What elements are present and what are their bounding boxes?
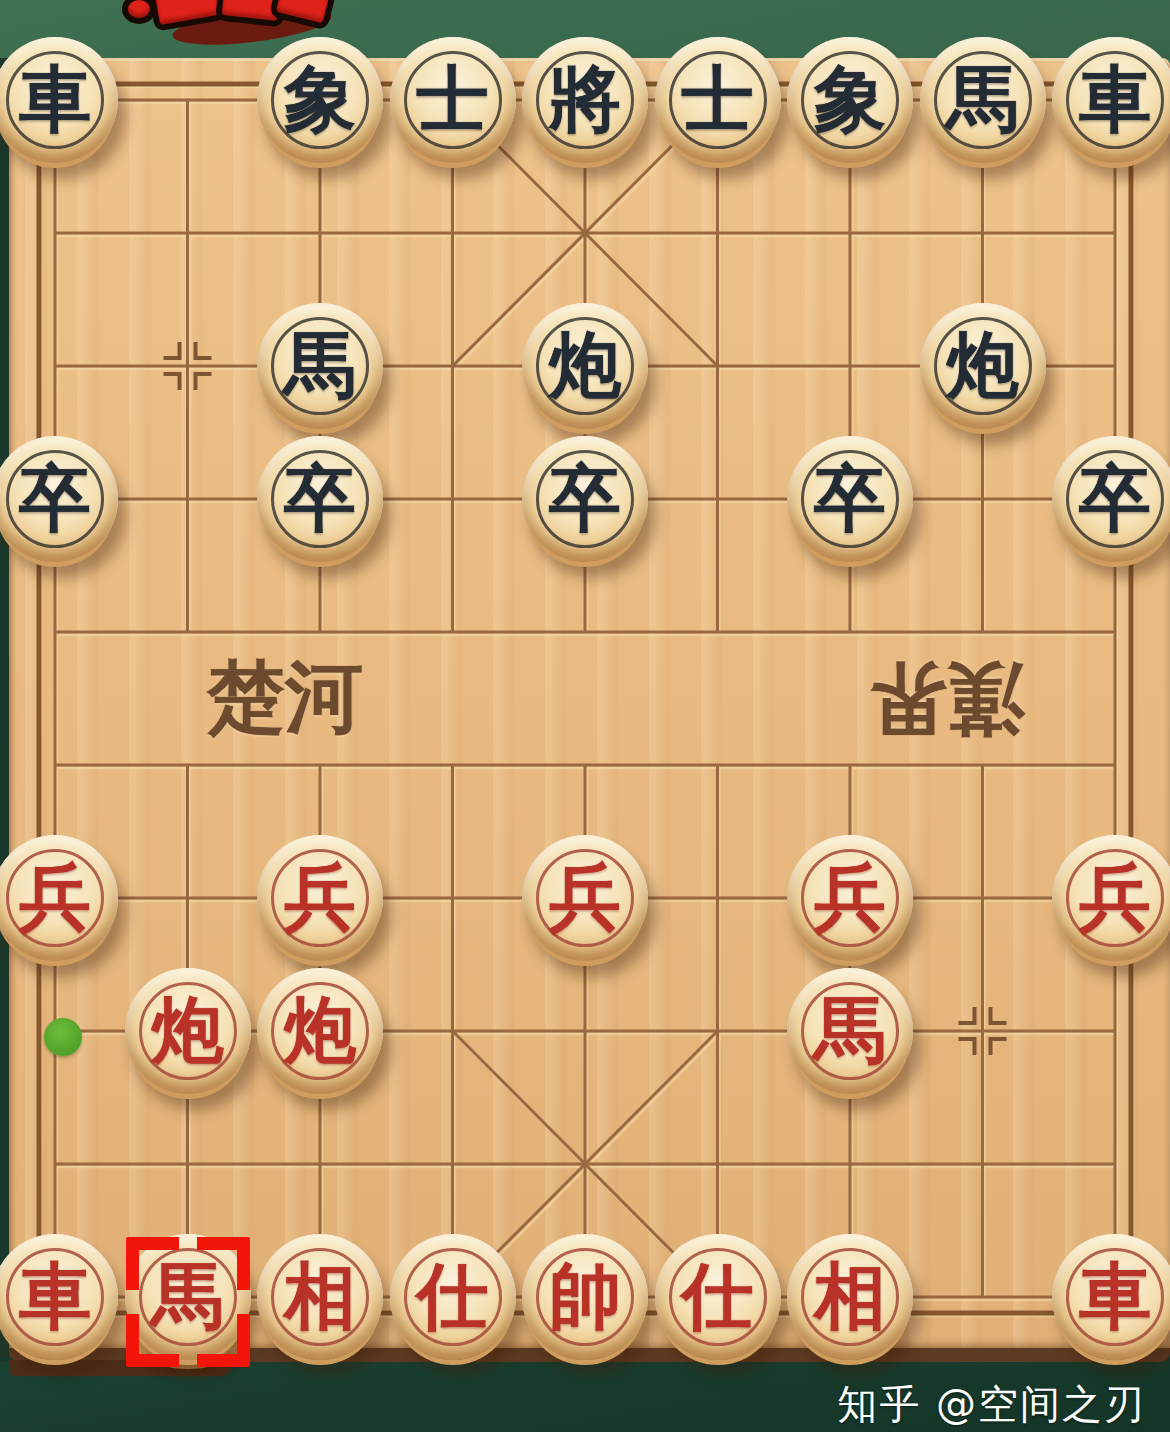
piece-glyph: 帥 xyxy=(522,1234,648,1360)
piece-black-advisor[interactable]: 士 xyxy=(390,37,516,163)
move-hint-dot[interactable] xyxy=(44,1018,82,1056)
piece-red-general[interactable]: 帥 xyxy=(522,1234,648,1360)
piece-red-advisor[interactable]: 仕 xyxy=(655,1234,781,1360)
piece-glyph: 兵 xyxy=(257,835,383,961)
piece-black-chariot[interactable]: 車 xyxy=(1052,37,1170,163)
piece-glyph: 兵 xyxy=(1052,835,1170,961)
piece-black-soldier[interactable]: 卒 xyxy=(787,436,913,562)
piece-black-soldier[interactable]: 卒 xyxy=(257,436,383,562)
piece-red-soldier[interactable]: 兵 xyxy=(257,835,383,961)
piece-glyph: 炮 xyxy=(125,968,251,1094)
piece-glyph: 象 xyxy=(257,37,383,163)
piece-black-soldier[interactable]: 卒 xyxy=(0,436,118,562)
piece-red-elephant[interactable]: 相 xyxy=(257,1234,383,1360)
piece-glyph: 相 xyxy=(787,1234,913,1360)
piece-glyph: 卒 xyxy=(0,436,118,562)
piece-red-soldier[interactable]: 兵 xyxy=(0,835,118,961)
piece-glyph: 馬 xyxy=(257,303,383,429)
piece-red-horse[interactable]: 馬 xyxy=(787,968,913,1094)
piece-glyph: 象 xyxy=(787,37,913,163)
piece-red-advisor[interactable]: 仕 xyxy=(390,1234,516,1360)
piece-glyph: 炮 xyxy=(920,303,1046,429)
piece-glyph: 車 xyxy=(1052,1234,1170,1360)
pieces-layer: 車象士將士象馬車馬炮炮卒卒卒卒卒兵兵兵兵兵炮炮馬車馬相仕帥仕相車 xyxy=(0,0,1170,1432)
piece-glyph: 兵 xyxy=(0,835,118,961)
piece-glyph: 仕 xyxy=(655,1234,781,1360)
app-logo xyxy=(120,0,320,46)
watermark: 知乎 @空间之刃 xyxy=(837,1377,1146,1432)
piece-glyph: 仕 xyxy=(390,1234,516,1360)
selection-brackets xyxy=(126,1237,250,1367)
piece-glyph: 炮 xyxy=(522,303,648,429)
piece-black-elephant[interactable]: 象 xyxy=(257,37,383,163)
piece-red-chariot[interactable]: 車 xyxy=(1052,1234,1170,1360)
selection-corner xyxy=(126,1314,179,1367)
piece-glyph: 兵 xyxy=(522,835,648,961)
piece-black-cannon[interactable]: 炮 xyxy=(522,303,648,429)
piece-black-elephant[interactable]: 象 xyxy=(787,37,913,163)
selection-corner xyxy=(126,1237,179,1290)
piece-glyph: 卒 xyxy=(522,436,648,562)
piece-glyph: 馬 xyxy=(787,968,913,1094)
piece-black-horse[interactable]: 馬 xyxy=(257,303,383,429)
piece-black-soldier[interactable]: 卒 xyxy=(522,436,648,562)
piece-black-soldier[interactable]: 卒 xyxy=(1052,436,1170,562)
piece-glyph: 車 xyxy=(0,37,118,163)
piece-glyph: 兵 xyxy=(787,835,913,961)
piece-red-cannon[interactable]: 炮 xyxy=(257,968,383,1094)
piece-glyph: 馬 xyxy=(920,37,1046,163)
piece-glyph: 相 xyxy=(257,1234,383,1360)
piece-glyph: 士 xyxy=(390,37,516,163)
piece-glyph: 卒 xyxy=(257,436,383,562)
piece-black-cannon[interactable]: 炮 xyxy=(920,303,1046,429)
piece-red-chariot[interactable]: 車 xyxy=(0,1234,118,1360)
piece-glyph: 炮 xyxy=(257,968,383,1094)
piece-red-soldier[interactable]: 兵 xyxy=(787,835,913,961)
piece-glyph: 卒 xyxy=(1052,436,1170,562)
piece-red-soldier[interactable]: 兵 xyxy=(1052,835,1170,961)
piece-glyph: 車 xyxy=(0,1234,118,1360)
piece-red-elephant[interactable]: 相 xyxy=(787,1234,913,1360)
piece-glyph: 卒 xyxy=(787,436,913,562)
piece-black-horse[interactable]: 馬 xyxy=(920,37,1046,163)
piece-glyph: 將 xyxy=(522,37,648,163)
piece-black-general[interactable]: 將 xyxy=(522,37,648,163)
piece-red-soldier[interactable]: 兵 xyxy=(522,835,648,961)
piece-red-cannon[interactable]: 炮 xyxy=(125,968,251,1094)
piece-black-chariot[interactable]: 車 xyxy=(0,37,118,163)
piece-glyph: 車 xyxy=(1052,37,1170,163)
game-screen: 楚河 漢界 車象士將士象馬車馬炮炮卒卒卒卒卒兵兵兵兵兵炮炮馬車馬相仕帥仕相車 知… xyxy=(0,0,1170,1432)
selection-corner xyxy=(197,1314,250,1367)
selection-corner xyxy=(197,1237,250,1290)
piece-glyph: 士 xyxy=(655,37,781,163)
piece-black-advisor[interactable]: 士 xyxy=(655,37,781,163)
